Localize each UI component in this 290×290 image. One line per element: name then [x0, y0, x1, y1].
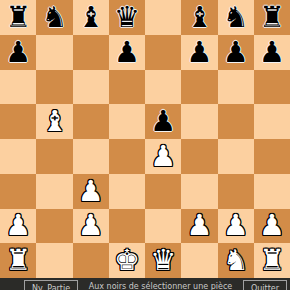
square-b1[interactable]	[36, 243, 72, 278]
square-a1[interactable]: ♜	[0, 243, 36, 278]
square-g7[interactable]: ♟	[218, 35, 254, 70]
piece-black-rook[interactable]: ♜	[259, 3, 285, 32]
piece-black-pawn[interactable]: ♟	[223, 38, 249, 67]
square-d8[interactable]: ♛	[109, 0, 145, 35]
square-d7[interactable]: ♟	[109, 35, 145, 70]
piece-black-bishop[interactable]: ♝	[78, 3, 104, 32]
square-f3[interactable]	[181, 174, 217, 209]
square-g8[interactable]: ♞	[218, 0, 254, 35]
piece-black-pawn[interactable]: ♟	[5, 38, 31, 67]
square-b8[interactable]: ♞	[36, 0, 72, 35]
square-e3[interactable]	[145, 174, 181, 209]
status-bar: Nv. Partie Aux noirs de sélectionner une…	[0, 278, 290, 290]
square-c5[interactable]	[73, 104, 109, 139]
square-g2[interactable]: ♟	[218, 209, 254, 244]
square-d2[interactable]	[109, 209, 145, 244]
piece-white-pawn[interactable]: ♟	[78, 211, 104, 240]
piece-white-queen[interactable]: ♛	[150, 246, 176, 275]
square-d5[interactable]	[109, 104, 145, 139]
piece-black-pawn[interactable]: ♟	[186, 38, 212, 67]
square-b7[interactable]	[36, 35, 72, 70]
square-c3[interactable]: ♟	[73, 174, 109, 209]
square-g3[interactable]	[218, 174, 254, 209]
square-f8[interactable]: ♝	[181, 0, 217, 35]
quit-button[interactable]: Quitter	[243, 280, 287, 290]
piece-white-bishop[interactable]: ♝	[41, 107, 67, 136]
status-message: Aux noirs de sélectionner une pièce	[78, 278, 243, 290]
new-game-button[interactable]: Nv. Partie	[24, 280, 78, 290]
square-d4[interactable]	[109, 139, 145, 174]
piece-black-rook[interactable]: ♜	[5, 3, 31, 32]
square-h5[interactable]	[254, 104, 290, 139]
square-h7[interactable]: ♟	[254, 35, 290, 70]
square-e1[interactable]: ♛	[145, 243, 181, 278]
piece-white-pawn[interactable]: ♟	[223, 211, 249, 240]
piece-black-pawn[interactable]: ♟	[150, 107, 176, 136]
piece-white-pawn[interactable]: ♟	[5, 211, 31, 240]
square-e6[interactable]	[145, 70, 181, 105]
square-h4[interactable]	[254, 139, 290, 174]
square-a6[interactable]	[0, 70, 36, 105]
square-e4[interactable]: ♟	[145, 139, 181, 174]
square-b5[interactable]: ♝	[36, 104, 72, 139]
square-d3[interactable]	[109, 174, 145, 209]
piece-black-queen[interactable]: ♛	[114, 3, 140, 32]
piece-black-pawn[interactable]: ♟	[259, 38, 285, 67]
square-f6[interactable]	[181, 70, 217, 105]
square-b6[interactable]	[36, 70, 72, 105]
square-f5[interactable]	[181, 104, 217, 139]
square-c7[interactable]	[73, 35, 109, 70]
square-a7[interactable]: ♟	[0, 35, 36, 70]
square-h2[interactable]: ♟	[254, 209, 290, 244]
piece-black-knight[interactable]: ♞	[41, 3, 67, 32]
square-f2[interactable]: ♟	[181, 209, 217, 244]
square-e5[interactable]: ♟	[145, 104, 181, 139]
square-g4[interactable]	[218, 139, 254, 174]
square-c4[interactable]	[73, 139, 109, 174]
piece-white-pawn[interactable]: ♟	[186, 211, 212, 240]
piece-white-pawn[interactable]: ♟	[150, 142, 176, 171]
piece-white-pawn[interactable]: ♟	[78, 177, 104, 206]
square-h8[interactable]: ♜	[254, 0, 290, 35]
square-c8[interactable]: ♝	[73, 0, 109, 35]
square-f4[interactable]	[181, 139, 217, 174]
piece-white-rook[interactable]: ♜	[5, 246, 31, 275]
square-b2[interactable]	[36, 209, 72, 244]
square-e8[interactable]	[145, 0, 181, 35]
piece-black-pawn[interactable]: ♟	[114, 38, 140, 67]
piece-white-king[interactable]: ♚	[114, 246, 140, 275]
square-c2[interactable]: ♟	[73, 209, 109, 244]
piece-white-knight[interactable]: ♞	[223, 246, 249, 275]
square-h1[interactable]: ♜	[254, 243, 290, 278]
square-d1[interactable]: ♚	[109, 243, 145, 278]
square-e7[interactable]	[145, 35, 181, 70]
square-g6[interactable]	[218, 70, 254, 105]
square-a2[interactable]: ♟	[0, 209, 36, 244]
square-g5[interactable]	[218, 104, 254, 139]
piece-black-bishop[interactable]: ♝	[186, 3, 212, 32]
square-f1[interactable]	[181, 243, 217, 278]
square-a4[interactable]	[0, 139, 36, 174]
square-b4[interactable]	[36, 139, 72, 174]
piece-white-pawn[interactable]: ♟	[259, 211, 285, 240]
square-a5[interactable]	[0, 104, 36, 139]
square-h3[interactable]	[254, 174, 290, 209]
square-e2[interactable]	[145, 209, 181, 244]
square-g1[interactable]: ♞	[218, 243, 254, 278]
piece-white-rook[interactable]: ♜	[259, 246, 285, 275]
piece-black-knight[interactable]: ♞	[223, 3, 249, 32]
square-a8[interactable]: ♜	[0, 0, 36, 35]
chess-board: ♜♞♝♛♝♞♜♟♟♟♟♟♝♟♟♟♟♟♟♟♟♜♚♛♞♜	[0, 0, 290, 278]
square-c1[interactable]	[73, 243, 109, 278]
square-a3[interactable]	[0, 174, 36, 209]
square-c6[interactable]	[73, 70, 109, 105]
square-f7[interactable]: ♟	[181, 35, 217, 70]
square-h6[interactable]	[254, 70, 290, 105]
square-d6[interactable]	[109, 70, 145, 105]
square-b3[interactable]	[36, 174, 72, 209]
